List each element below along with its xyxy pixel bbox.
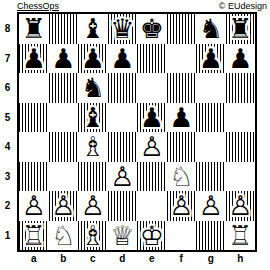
piece-outline: ♙ [49, 191, 79, 221]
square-f5[interactable]: ♟ [167, 103, 197, 133]
piece-fill: ♟ [137, 132, 167, 162]
piece-outline: ♔ [137, 221, 167, 251]
square-e1[interactable]: ♚♔ [137, 221, 167, 251]
piece-fill: ♜ [226, 221, 256, 251]
piece-fill: ♟ [78, 191, 108, 221]
piece-glyph: ♝ [78, 103, 108, 133]
piece-fill: ♟ [49, 191, 79, 221]
square-f4[interactable] [167, 132, 197, 162]
square-f2[interactable]: ♟♙ [167, 191, 197, 221]
piece-fill: ♜ [19, 221, 49, 251]
file-label-d: d [108, 252, 138, 265]
square-e4[interactable]: ♟♙ [137, 132, 167, 162]
square-f8[interactable] [167, 14, 197, 44]
rank-label-8: 8 [0, 14, 15, 44]
square-e6[interactable] [137, 73, 167, 103]
file-label-g: g [196, 252, 226, 265]
square-d5[interactable] [108, 103, 138, 133]
file-label-c: c [78, 252, 108, 265]
square-f1[interactable] [167, 221, 197, 251]
square-b4[interactable] [49, 132, 79, 162]
square-f7[interactable] [167, 44, 197, 74]
square-a6[interactable] [19, 73, 49, 103]
square-e7[interactable] [137, 44, 167, 74]
piece-fill: ♟ [108, 162, 138, 192]
square-h4[interactable] [226, 132, 256, 162]
piece-glyph: ♟ [196, 44, 226, 74]
square-d7[interactable]: ♟ [108, 44, 138, 74]
square-g7[interactable]: ♟ [196, 44, 226, 74]
square-a1[interactable]: ♜♖ [19, 221, 49, 251]
piece-fill: ♛ [108, 221, 138, 251]
piece-outline: ♘ [167, 162, 197, 192]
square-a4[interactable] [19, 132, 49, 162]
piece-glyph: ♟ [108, 44, 138, 74]
piece-outline: ♕ [108, 221, 138, 251]
file-label-e: e [137, 252, 167, 265]
piece-fill: ♚ [137, 221, 167, 251]
file-label-a: a [19, 252, 49, 265]
piece-glyph: ♟ [19, 44, 49, 74]
file-labels: abcdefgh [19, 252, 255, 265]
rank-label-3: 3 [0, 162, 15, 192]
square-a2[interactable]: ♟♙ [19, 191, 49, 221]
square-d1[interactable]: ♛♕ [108, 221, 138, 251]
square-g3[interactable] [196, 162, 226, 192]
piece-outline: ♖ [19, 221, 49, 251]
file-label-h: h [226, 252, 256, 265]
square-a5[interactable] [19, 103, 49, 133]
square-h7[interactable]: ♟ [226, 44, 256, 74]
rank-labels: 87654321 [0, 14, 15, 250]
piece-fill: ♞ [49, 221, 79, 251]
piece-outline: ♙ [137, 132, 167, 162]
square-h5[interactable] [226, 103, 256, 133]
piece-glyph: ♝ [78, 14, 108, 44]
square-h6[interactable] [226, 73, 256, 103]
chessops-diagram: ChessOps © EUdesign 87654321 ♜♝♛♚♞♜♟♟♟♟♟… [0, 0, 270, 270]
square-a7[interactable]: ♟ [19, 44, 49, 74]
piece-outline: ♖ [226, 221, 256, 251]
piece-fill: ♝ [78, 221, 108, 251]
square-g2[interactable]: ♟♙ [196, 191, 226, 221]
piece-outline: ♙ [226, 191, 256, 221]
square-g4[interactable] [196, 132, 226, 162]
square-d6[interactable] [108, 73, 138, 103]
chessboard: ♜♝♛♚♞♜♟♟♟♟♟♟♞♝♟♟♝♗♟♙♟♙♞♘♟♙♟♙♟♙♟♙♟♙♟♙♜♖♞♘… [17, 12, 257, 252]
rank-label-6: 6 [0, 73, 15, 103]
piece-outline: ♗ [78, 221, 108, 251]
square-e5[interactable]: ♟ [137, 103, 167, 133]
piece-glyph: ♞ [78, 73, 108, 103]
square-b2[interactable]: ♟♙ [49, 191, 79, 221]
chessops-link[interactable]: ChessOps [17, 1, 59, 11]
square-g1[interactable] [196, 221, 226, 251]
piece-glyph: ♛ [108, 14, 138, 44]
square-f6[interactable] [167, 73, 197, 103]
piece-fill: ♟ [19, 191, 49, 221]
square-g6[interactable] [196, 73, 226, 103]
square-d4[interactable] [108, 132, 138, 162]
square-a3[interactable] [19, 162, 49, 192]
piece-outline: ♙ [19, 191, 49, 221]
square-c5[interactable]: ♝ [78, 103, 108, 133]
piece-outline: ♗ [78, 132, 108, 162]
square-e3[interactable] [137, 162, 167, 192]
square-f3[interactable]: ♞♘ [167, 162, 197, 192]
rank-label-7: 7 [0, 44, 15, 74]
rank-label-5: 5 [0, 103, 15, 133]
square-c4[interactable]: ♝♗ [78, 132, 108, 162]
piece-outline: ♙ [196, 191, 226, 221]
square-d3[interactable]: ♟♙ [108, 162, 138, 192]
piece-glyph: ♟ [49, 44, 79, 74]
piece-fill: ♝ [78, 132, 108, 162]
square-b7[interactable]: ♟ [49, 44, 79, 74]
square-c2[interactable]: ♟♙ [78, 191, 108, 221]
square-b8[interactable] [49, 14, 79, 44]
square-c7[interactable]: ♟ [78, 44, 108, 74]
square-g5[interactable] [196, 103, 226, 133]
piece-glyph: ♟ [78, 44, 108, 74]
piece-glyph: ♟ [167, 103, 197, 133]
piece-outline: ♙ [108, 162, 138, 192]
piece-outline: ♘ [49, 221, 79, 251]
square-h3[interactable] [226, 162, 256, 192]
square-h1[interactable]: ♜♖ [226, 221, 256, 251]
piece-fill: ♟ [167, 191, 197, 221]
square-b5[interactable] [49, 103, 79, 133]
rank-label-1: 1 [0, 221, 15, 251]
square-d2[interactable] [108, 191, 138, 221]
piece-glyph: ♜ [226, 14, 256, 44]
square-h2[interactable]: ♟♙ [226, 191, 256, 221]
square-b1[interactable]: ♞♘ [49, 221, 79, 251]
square-c3[interactable] [78, 162, 108, 192]
file-label-b: b [49, 252, 79, 265]
square-a8[interactable]: ♜ [19, 14, 49, 44]
piece-fill: ♟ [226, 191, 256, 221]
rank-label-4: 4 [0, 132, 15, 162]
piece-fill: ♟ [196, 191, 226, 221]
square-e8[interactable]: ♚ [137, 14, 167, 44]
piece-outline: ♙ [167, 191, 197, 221]
credit-text: © EUdesign [219, 1, 267, 11]
piece-glyph: ♞ [196, 14, 226, 44]
piece-glyph: ♟ [226, 44, 256, 74]
piece-glyph: ♟ [137, 103, 167, 133]
file-label-f: f [167, 252, 197, 265]
piece-fill: ♞ [167, 162, 197, 192]
piece-glyph: ♚ [137, 14, 167, 44]
rank-label-2: 2 [0, 191, 15, 221]
square-c8[interactable]: ♝ [78, 14, 108, 44]
square-b3[interactable] [49, 162, 79, 192]
square-h8[interactable]: ♜ [226, 14, 256, 44]
square-e2[interactable] [137, 191, 167, 221]
piece-outline: ♙ [78, 191, 108, 221]
square-g8[interactable]: ♞ [196, 14, 226, 44]
square-c6[interactable]: ♞ [78, 73, 108, 103]
square-d8[interactable]: ♛ [108, 14, 138, 44]
piece-glyph: ♜ [19, 14, 49, 44]
square-b6[interactable] [49, 73, 79, 103]
square-c1[interactable]: ♝♗ [78, 221, 108, 251]
